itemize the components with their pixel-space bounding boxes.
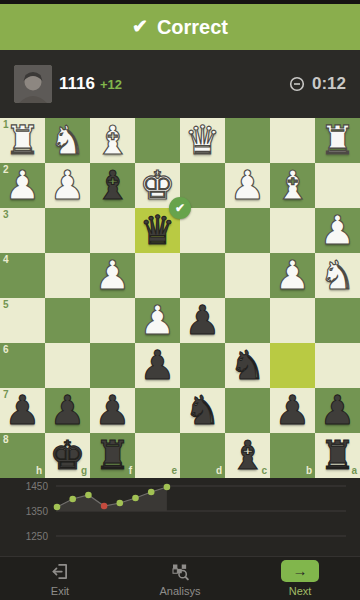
square-h3[interactable]: 3 [0,208,45,253]
square-f7[interactable]: ♟ [90,388,135,433]
piece-white-bishop: ♝ [90,118,135,163]
analysis-label: Analisys [160,585,201,597]
piece-white-pawn: ♟ [225,163,270,208]
square-f1[interactable]: ♝ [90,118,135,163]
square-a3[interactable]: ♟ [315,208,360,253]
rank-label-3: 3 [3,210,9,220]
square-f4[interactable]: ♟ [90,253,135,298]
y-tick-1250: 1250 [26,531,49,542]
square-f6[interactable] [90,343,135,388]
piece-black-bishop: ♝ [90,163,135,208]
square-c8[interactable]: c♝ [225,433,270,478]
bottom-nav: Exit Analisys → Next [0,556,360,600]
square-g1[interactable]: ♞ [45,118,90,163]
square-a7[interactable]: ♟ [315,388,360,433]
exit-icon [49,561,71,582]
piece-white-pawn: ♟ [270,253,315,298]
timer-icon [289,76,305,92]
square-d1[interactable]: ♛ [180,118,225,163]
piece-black-pawn: ♟ [180,298,225,343]
piece-white-pawn: ♟ [90,253,135,298]
square-d6[interactable] [180,343,225,388]
square-g3[interactable] [45,208,90,253]
arrow-right-icon[interactable]: → [281,560,319,582]
correct-banner-label: Correct [157,16,228,39]
piece-black-knight: ♞ [180,388,225,433]
square-g2[interactable]: ♟ [45,163,90,208]
rank-label-8: 8 [3,435,9,445]
chart-point-1 [54,504,61,511]
square-a1[interactable]: ♜ [315,118,360,163]
square-g4[interactable] [45,253,90,298]
rank-label-5: 5 [3,300,9,310]
piece-white-queen: ♛ [180,118,225,163]
rank-label-1: 1 [3,120,9,130]
timer-value: 0:12 [312,74,346,94]
chart-point-2 [69,496,76,503]
next-button[interactable]: → Next [240,557,360,600]
analysis-icon [169,561,191,582]
piece-black-knight: ♞ [225,343,270,388]
piece-white-knight: ♞ [315,253,360,298]
square-c2[interactable]: ♟ [225,163,270,208]
square-a6[interactable] [315,343,360,388]
square-b3[interactable] [270,208,315,253]
square-g8[interactable]: g♚ [45,433,90,478]
piece-white-knight: ♞ [45,118,90,163]
square-c7[interactable] [225,388,270,433]
square-d5[interactable]: ♟ [180,298,225,343]
square-h4[interactable]: 4 [0,253,45,298]
square-g7[interactable]: ♟ [45,388,90,433]
correct-banner: ✔ Correct [0,4,360,50]
piece-black-pawn: ♟ [45,388,90,433]
rank-label-7: 7 [3,390,9,400]
square-b1[interactable] [270,118,315,163]
player-rating: 1116 [59,74,95,94]
square-a5[interactable] [315,298,360,343]
piece-white-pawn: ♟ [135,298,180,343]
puzzle-timer: 0:12 [289,74,346,94]
file-label-g: g [81,466,87,476]
piece-white-rook: ♜ [315,118,360,163]
next-label: Next [289,585,312,597]
chart-point-5 [117,500,124,507]
file-label-a: a [351,466,357,476]
piece-white-pawn: ♟ [315,208,360,253]
square-c6[interactable]: ♞ [225,343,270,388]
square-a4[interactable]: ♞ [315,253,360,298]
exit-label: Exit [51,585,69,597]
square-f8[interactable]: f♜ [90,433,135,478]
square-f5[interactable] [90,298,135,343]
square-c4[interactable] [225,253,270,298]
rank-label-6: 6 [3,345,9,355]
square-b7[interactable]: ♟ [270,388,315,433]
chart-point-8 [164,484,171,491]
square-g5[interactable] [45,298,90,343]
y-tick-1450: 1450 [26,481,49,492]
square-e8[interactable]: e [135,433,180,478]
chart-point-4 [101,503,108,510]
square-h5[interactable]: 5 [0,298,45,343]
rating-chart: 145013501250 [0,478,360,556]
piece-white-bishop: ♝ [270,163,315,208]
square-b4[interactable]: ♟ [270,253,315,298]
chart-point-6 [132,495,139,502]
square-d8[interactable]: d [180,433,225,478]
square-b6[interactable] [270,343,315,388]
square-c1[interactable] [225,118,270,163]
square-e6[interactable]: ♟ [135,343,180,388]
file-label-c: c [261,466,267,476]
square-b2[interactable]: ♝ [270,163,315,208]
file-label-b: b [306,466,312,476]
check-icon: ✔ [132,15,148,38]
square-f2[interactable]: ♝ [90,163,135,208]
square-f3[interactable] [90,208,135,253]
square-b8[interactable]: b [270,433,315,478]
square-h8[interactable]: 8h [0,433,45,478]
file-label-f: f [129,466,132,476]
square-a8[interactable]: a♜ [315,433,360,478]
chess-board: 1♜♞♝♛♜2♟♟♝♚♟♝3♛♟4♟♟♞5♟♟6♟♞7♟♟♟♞♟♟8hg♚f♜e… [0,118,360,478]
square-c5[interactable] [225,298,270,343]
square-g6[interactable] [45,343,90,388]
file-label-h: h [36,466,42,476]
correct-move-badge: ✔ [169,197,191,219]
square-b5[interactable] [270,298,315,343]
file-label-d: d [216,466,222,476]
exit-button[interactable]: Exit [0,557,120,600]
square-d7[interactable]: ♞ [180,388,225,433]
square-h7[interactable]: 7♟ [0,388,45,433]
piece-white-pawn: ♟ [45,163,90,208]
file-label-e: e [171,466,177,476]
analysis-button[interactable]: Analisys [120,557,240,600]
square-a2[interactable] [315,163,360,208]
avatar[interactable] [14,65,52,103]
square-e5[interactable]: ♟ [135,298,180,343]
player-bar: 1116 +12 0:12 [0,50,360,118]
rating-delta: +12 [100,77,122,92]
piece-black-pawn: ♟ [135,343,180,388]
rank-label-2: 2 [3,165,9,175]
y-tick-1350: 1350 [26,506,49,517]
square-h2[interactable]: 2♟ [0,163,45,208]
chart-point-3 [85,492,92,499]
piece-black-pawn: ♟ [90,388,135,433]
piece-black-pawn: ♟ [270,388,315,433]
chart-point-7 [148,489,155,496]
square-h6[interactable]: 6 [0,343,45,388]
square-h1[interactable]: 1♜ [0,118,45,163]
square-c3[interactable] [225,208,270,253]
square-e7[interactable] [135,388,180,433]
square-d4[interactable] [180,253,225,298]
rank-label-4: 4 [3,255,9,265]
piece-black-pawn: ♟ [315,388,360,433]
square-e1[interactable] [135,118,180,163]
square-e4[interactable] [135,253,180,298]
